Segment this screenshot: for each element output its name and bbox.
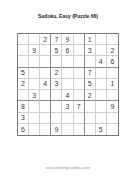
cell-r5c6 — [74, 79, 85, 90]
cell-r7c8 — [96, 101, 107, 112]
cell-r2c9: 2 — [107, 45, 118, 56]
cell-r3c7 — [85, 56, 96, 67]
cell-r9c8: 5 — [96, 124, 107, 135]
cell-r8c4 — [51, 113, 62, 124]
cell-r1c1 — [18, 34, 29, 45]
cell-r2c7: 3 — [85, 45, 96, 56]
cell-r8c2 — [29, 113, 40, 124]
cell-r1c9 — [107, 34, 118, 45]
cell-r7c7 — [85, 101, 96, 112]
footer-url: www.printmysudoku.com — [0, 165, 136, 170]
cell-r6c1 — [18, 90, 29, 101]
cell-r1c2 — [29, 34, 40, 45]
cell-r8c6 — [74, 113, 85, 124]
sudoku-board: 279195632465272435134283793695 — [17, 33, 119, 136]
cell-r3c9: 6 — [107, 56, 118, 67]
cell-r9c2 — [29, 124, 40, 135]
cell-r7c1: 8 — [18, 101, 29, 112]
cell-r5c1: 2 — [18, 79, 29, 90]
cell-r6c3 — [40, 90, 51, 101]
cell-r2c3 — [40, 45, 51, 56]
cell-r6c7: 2 — [85, 90, 96, 101]
cell-r1c4: 7 — [51, 34, 62, 45]
cell-r4c1: 5 — [18, 68, 29, 79]
cell-r7c9: 9 — [107, 101, 118, 112]
page-title: Sudoku, Easy (Puzzle 66) — [0, 13, 136, 20]
cell-r4c8 — [96, 68, 107, 79]
cell-r3c3 — [40, 56, 51, 67]
cell-r3c8: 4 — [96, 56, 107, 67]
cell-r8c9 — [107, 113, 118, 124]
cell-r6c4 — [51, 90, 62, 101]
cell-r5c3: 4 — [40, 79, 51, 90]
cell-r4c5 — [62, 68, 73, 79]
cell-r3c6 — [74, 56, 85, 67]
cell-r1c6 — [74, 34, 85, 45]
cell-r7c4 — [51, 101, 62, 112]
cell-r8c8 — [96, 113, 107, 124]
cell-r6c5: 4 — [62, 90, 73, 101]
cell-r6c9 — [107, 90, 118, 101]
cell-r1c5: 9 — [62, 34, 73, 45]
cell-r5c9: 1 — [107, 79, 118, 90]
cell-r2c8 — [96, 45, 107, 56]
cell-r2c4: 5 — [51, 45, 62, 56]
cell-r5c4: 3 — [51, 79, 62, 90]
cell-r9c7 — [85, 124, 96, 135]
cell-r1c8 — [96, 34, 107, 45]
cell-r1c7: 1 — [85, 34, 96, 45]
cell-r1c3: 2 — [40, 34, 51, 45]
cell-r2c6 — [74, 45, 85, 56]
cell-r3c4 — [51, 56, 62, 67]
cell-r8c1: 3 — [18, 113, 29, 124]
cell-r3c2 — [29, 56, 40, 67]
cell-r2c2: 9 — [29, 45, 40, 56]
cell-r6c6 — [74, 90, 85, 101]
cell-r8c3 — [40, 113, 51, 124]
cell-r3c1 — [18, 56, 29, 67]
cell-r6c8 — [96, 90, 107, 101]
cell-r4c2 — [29, 68, 40, 79]
cell-r9c6 — [74, 124, 85, 135]
cell-r2c1 — [18, 45, 29, 56]
cell-r5c7: 5 — [85, 79, 96, 90]
cell-r4c4: 2 — [51, 68, 62, 79]
cell-r9c1: 6 — [18, 124, 29, 135]
cell-r9c5 — [62, 124, 73, 135]
cell-r4c9 — [107, 68, 118, 79]
cell-r3c5 — [62, 56, 73, 67]
cell-r6c2: 3 — [29, 90, 40, 101]
cell-r9c4: 9 — [51, 124, 62, 135]
cell-r5c5 — [62, 79, 73, 90]
cell-r5c2 — [29, 79, 40, 90]
cell-r8c5 — [62, 113, 73, 124]
cell-r5c8 — [96, 79, 107, 90]
cell-r9c3 — [40, 124, 51, 135]
cell-r4c6 — [74, 68, 85, 79]
cell-r7c3 — [40, 101, 51, 112]
cell-r8c7 — [85, 113, 96, 124]
cell-r7c5: 3 — [62, 101, 73, 112]
cell-r4c3 — [40, 68, 51, 79]
cell-r7c2 — [29, 101, 40, 112]
cell-r2c5: 6 — [62, 45, 73, 56]
cell-r9c9 — [107, 124, 118, 135]
cell-r7c6: 7 — [74, 101, 85, 112]
cell-r4c7: 7 — [85, 68, 96, 79]
